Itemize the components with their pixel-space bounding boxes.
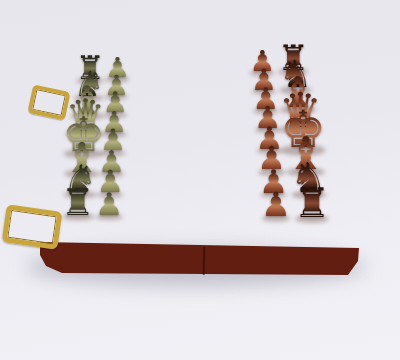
piece-white-copper-rook[interactable]: ♜ (294, 182, 330, 222)
piece-white-copper-pawn[interactable]: ♟ (261, 188, 291, 221)
piece-black-brass-pawn[interactable]: ♟ (95, 189, 123, 220)
piece-black-brass-rook[interactable]: ♜ (61, 183, 94, 220)
scene: ♜♟♟♜♞♟♟♞♝♟♟♝♛♟♟♛♚♟♟♚♝♟♟♝♞♟♟♞♜♟♟♜ (0, 0, 400, 360)
pieces-layer: ♜♟♟♜♞♟♟♞♝♟♟♝♛♟♟♛♚♟♟♚♝♟♟♝♞♟♟♞♜♟♟♜ (0, 0, 400, 360)
